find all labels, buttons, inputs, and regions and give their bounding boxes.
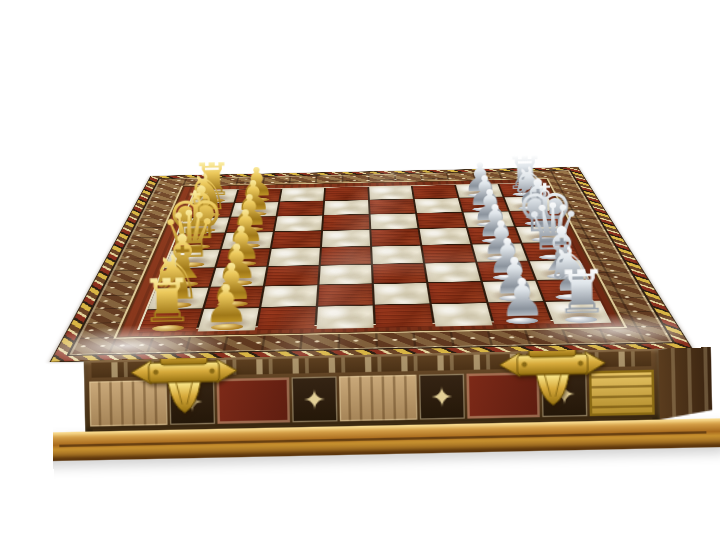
lid-top-striped-edge-border: ♜♟♟♜♞♟♟♞♝♟♟♝♚♟♟♚♛♟♟♛♝♟♟♝♞♟♟♞♜♟♟♜ ✦✦✦✦ xyxy=(49,167,692,362)
square-c6[interactable] xyxy=(425,262,480,282)
product-photo-background: ♜♟♟♜♞♟♟♞♝♟♟♝♚♟♟♚♛♟♟♛♝♟♟♝♞♟♟♞♜♟♟♜ ✦✦✦✦ xyxy=(0,0,720,540)
piece-silver-pawn-a7[interactable]: ♟ xyxy=(498,273,546,323)
square-g6[interactable] xyxy=(415,198,462,213)
square-h4[interactable] xyxy=(325,187,368,201)
square-b5[interactable] xyxy=(374,283,430,305)
inlay-panel-star-6: ✦ xyxy=(419,374,465,420)
piece-silver-rook-a8[interactable]: ♜ xyxy=(554,265,608,322)
square-e3[interactable] xyxy=(272,231,321,248)
mosaic-border: ♜♟♟♜♞♟♟♞♝♟♟♝♚♟♟♚♛♟♟♛♝♟♟♝♞♟♟♞♜♟♟♜ xyxy=(66,170,675,356)
chess-board: ♜♟♟♜♞♟♟♞♝♟♟♝♚♟♟♚♛♟♟♛♝♟♟♝♞♟♟♞♜♟♟♜ xyxy=(137,183,603,330)
square-e6[interactable] xyxy=(420,228,471,245)
square-c4[interactable] xyxy=(320,265,372,285)
inner-red-border: ♜♟♟♜♞♟♟♞♝♟♟♝♚♟♟♚♛♟♟♛♝♟♟♝♞♟♟♞♜♟♟♜ xyxy=(113,178,627,338)
square-b4[interactable] xyxy=(318,284,373,306)
square-d3[interactable] xyxy=(269,248,320,266)
square-a5[interactable] xyxy=(375,304,433,327)
square-a4[interactable] xyxy=(317,306,374,330)
square-f5[interactable] xyxy=(371,214,418,230)
square-f4[interactable] xyxy=(323,215,369,231)
square-a1[interactable]: ♜ xyxy=(138,309,202,333)
square-g3[interactable] xyxy=(278,201,324,216)
square-h3[interactable] xyxy=(280,188,324,202)
brass-latch-left-icon xyxy=(126,345,242,422)
square-g4[interactable] xyxy=(324,200,369,215)
square-a3[interactable] xyxy=(257,307,316,331)
square-c3[interactable] xyxy=(265,266,319,286)
square-d5[interactable] xyxy=(372,246,423,264)
drawer-front: ✦✦✦✦ xyxy=(51,348,692,439)
square-a8[interactable]: ♜ xyxy=(546,301,612,324)
square-e5[interactable] xyxy=(371,229,420,246)
square-d6[interactable] xyxy=(422,245,475,263)
square-a7[interactable]: ♟ xyxy=(489,302,552,325)
inlay-panel-tan-5 xyxy=(339,375,417,422)
inlay-panel-star-4: ✦ xyxy=(292,376,338,422)
square-f6[interactable] xyxy=(417,213,466,229)
square-a2[interactable]: ♟ xyxy=(198,308,259,332)
square-g5[interactable] xyxy=(370,199,415,214)
square-h5[interactable] xyxy=(369,186,413,200)
square-d4[interactable] xyxy=(321,247,371,265)
square-b3[interactable] xyxy=(261,285,317,307)
square-b6[interactable] xyxy=(428,282,486,303)
piece-gold-pawn-a2[interactable]: ♟ xyxy=(202,279,250,329)
box-right-side xyxy=(658,340,712,419)
square-h6[interactable] xyxy=(413,185,458,199)
square-f3[interactable] xyxy=(275,216,322,232)
drawer-front-panel-row: ✦✦✦✦ xyxy=(84,348,660,432)
square-c5[interactable] xyxy=(373,264,426,284)
square-a6[interactable] xyxy=(432,303,493,326)
brass-latch-right-icon xyxy=(494,337,610,414)
piece-gold-rook-a1[interactable]: ♜ xyxy=(140,273,194,330)
square-e4[interactable] xyxy=(322,230,370,247)
